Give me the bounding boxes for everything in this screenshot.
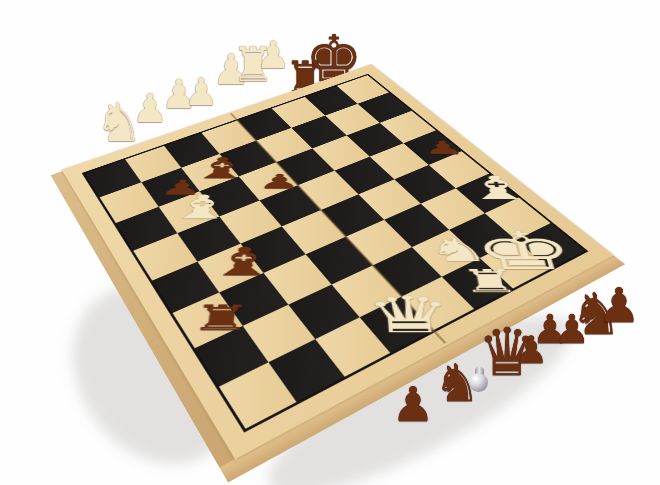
square-d1[interactable]: ♛ xyxy=(360,297,434,353)
dark-pawn-d6[interactable]: ♟ xyxy=(257,172,300,192)
dark-rook-a3[interactable]: ♜ xyxy=(188,301,252,336)
dark-pawn-h5[interactable]: ♟ xyxy=(421,139,465,158)
clasp-latch xyxy=(468,367,490,393)
dark-pawn-offboard[interactable]: ♟ xyxy=(597,281,640,329)
dark-bishop-c7[interactable]: ♝ xyxy=(187,154,253,183)
white-king-g1[interactable]: ♚ xyxy=(469,226,582,278)
square-g1[interactable]: ♚ xyxy=(480,240,550,288)
dark-bishop-b4[interactable]: ♝ xyxy=(204,243,281,282)
clasp-ball-icon xyxy=(469,373,488,392)
photo-scene: ♞♟♟♟♟♜♟♜♚ ♟♝♝♟♟♝♜♝♞♛♜♚ ♟♞♛♟♟♟♞♟ xyxy=(0,0,660,485)
white-queen-d1[interactable]: ♛ xyxy=(363,290,457,341)
white-bishop-h3[interactable]: ♝ xyxy=(460,172,535,204)
dark-pawn-offboard[interactable]: ♟ xyxy=(391,380,434,428)
white-bishop-b6[interactable]: ♝ xyxy=(164,191,236,224)
